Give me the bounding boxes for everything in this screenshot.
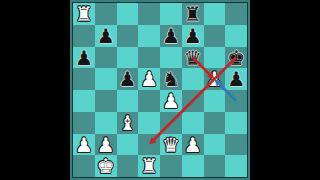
square-a7[interactable] (73, 25, 95, 47)
piece-white-pawn-g5: ♟ (204, 68, 226, 90)
square-b2[interactable]: ♟ (95, 134, 117, 156)
square-g6[interactable] (204, 47, 226, 69)
square-e3[interactable] (160, 112, 182, 134)
square-a6[interactable]: ♟ (73, 47, 95, 69)
square-g3[interactable] (204, 112, 226, 134)
square-h1[interactable] (225, 155, 247, 177)
square-d3[interactable] (138, 112, 160, 134)
square-h2[interactable] (225, 134, 247, 156)
piece-black-pawn-b7: ♟ (95, 25, 117, 47)
square-g8[interactable] (204, 3, 226, 25)
chess-board: ♜♜♟♟♟♟♛♚♟♟♞♟♟♟♝♟♟♛♟♚♜ (73, 3, 247, 177)
square-g4[interactable] (204, 90, 226, 112)
square-b8[interactable] (95, 3, 117, 25)
square-e4[interactable]: ♟ (160, 90, 182, 112)
square-e2[interactable]: ♛ (160, 134, 182, 156)
square-e5[interactable]: ♞ (160, 68, 182, 90)
square-e1[interactable] (160, 155, 182, 177)
piece-white-pawn-d5: ♟ (138, 68, 160, 90)
piece-black-knight-e5: ♞ (160, 68, 182, 90)
square-d8[interactable] (138, 3, 160, 25)
square-c2[interactable] (117, 134, 139, 156)
square-a8[interactable]: ♜ (73, 3, 95, 25)
square-h3[interactable] (225, 112, 247, 134)
square-h6[interactable]: ♚ (225, 47, 247, 69)
square-d7[interactable] (138, 25, 160, 47)
piece-white-pawn-b2: ♟ (95, 134, 117, 156)
square-a3[interactable] (73, 112, 95, 134)
piece-white-rook-a8: ♜ (73, 3, 95, 25)
square-e7[interactable]: ♟ (160, 25, 182, 47)
square-g5[interactable]: ♟ (204, 68, 226, 90)
piece-white-bishop-c3: ♝ (117, 112, 139, 134)
piece-white-king-b1: ♚ (95, 155, 117, 177)
square-h8[interactable] (225, 3, 247, 25)
square-f1[interactable] (182, 155, 204, 177)
square-g2[interactable] (204, 134, 226, 156)
square-c1[interactable] (117, 155, 139, 177)
square-b6[interactable] (95, 47, 117, 69)
piece-white-rook-d1: ♜ (138, 155, 160, 177)
piece-black-pawn-h5: ♟ (225, 68, 247, 90)
piece-black-rook-f8: ♜ (182, 3, 204, 25)
square-b4[interactable] (95, 90, 117, 112)
piece-black-pawn-a6: ♟ (73, 47, 95, 69)
piece-white-pawn-f2: ♟ (182, 134, 204, 156)
square-c4[interactable] (117, 90, 139, 112)
square-d5[interactable]: ♟ (138, 68, 160, 90)
square-h7[interactable] (225, 25, 247, 47)
square-e6[interactable] (160, 47, 182, 69)
piece-black-pawn-c5: ♟ (117, 68, 139, 90)
square-f3[interactable] (182, 112, 204, 134)
square-e8[interactable] (160, 3, 182, 25)
piece-black-king-h6: ♚ (225, 47, 247, 69)
square-g1[interactable] (204, 155, 226, 177)
square-c3[interactable]: ♝ (117, 112, 139, 134)
square-h4[interactable] (225, 90, 247, 112)
square-a2[interactable]: ♟ (73, 134, 95, 156)
square-f8[interactable]: ♜ (182, 3, 204, 25)
piece-black-queen-f6: ♛ (182, 47, 204, 69)
square-g7[interactable] (204, 25, 226, 47)
square-d1[interactable]: ♜ (138, 155, 160, 177)
square-b3[interactable] (95, 112, 117, 134)
screenshot-stage: ♜♜♟♟♟♟♛♚♟♟♞♟♟♟♝♟♟♛♟♚♜ (0, 0, 320, 180)
piece-black-pawn-f7: ♟ (182, 25, 204, 47)
square-c6[interactable] (117, 47, 139, 69)
piece-white-queen-e2: ♛ (160, 134, 182, 156)
square-b5[interactable] (95, 68, 117, 90)
square-c7[interactable] (117, 25, 139, 47)
piece-white-pawn-e4: ♟ (160, 90, 182, 112)
square-h5[interactable]: ♟ (225, 68, 247, 90)
square-c8[interactable] (117, 3, 139, 25)
square-f5[interactable] (182, 68, 204, 90)
square-c5[interactable]: ♟ (117, 68, 139, 90)
square-f6[interactable]: ♛ (182, 47, 204, 69)
square-b1[interactable]: ♚ (95, 155, 117, 177)
square-d2[interactable] (138, 134, 160, 156)
square-b7[interactable]: ♟ (95, 25, 117, 47)
square-d6[interactable] (138, 47, 160, 69)
square-d4[interactable] (138, 90, 160, 112)
square-a1[interactable] (73, 155, 95, 177)
piece-black-pawn-e7: ♟ (160, 25, 182, 47)
square-a5[interactable] (73, 68, 95, 90)
square-a4[interactable] (73, 90, 95, 112)
chess-board-frame: ♜♜♟♟♟♟♛♚♟♟♞♟♟♟♝♟♟♛♟♚♜ (70, 0, 250, 180)
square-f4[interactable] (182, 90, 204, 112)
piece-white-pawn-a2: ♟ (73, 134, 95, 156)
square-f7[interactable]: ♟ (182, 25, 204, 47)
square-f2[interactable]: ♟ (182, 134, 204, 156)
